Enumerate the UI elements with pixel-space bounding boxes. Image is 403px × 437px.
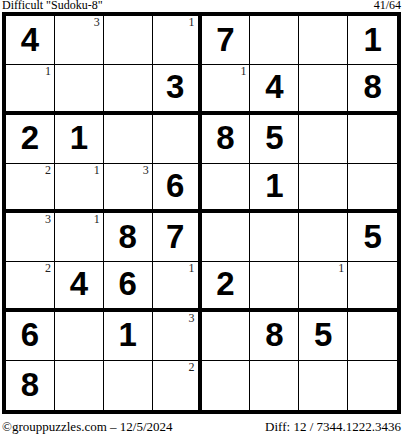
cell-value: 8 <box>216 121 234 156</box>
sudoku-cell[interactable]: 2 <box>6 262 55 311</box>
sudoku-cell[interactable]: 8 <box>348 65 397 114</box>
sudoku-cell[interactable]: 6 <box>104 262 153 311</box>
cell-value: 7 <box>166 220 184 255</box>
sudoku-cell[interactable] <box>348 361 397 410</box>
sudoku-cell[interactable]: 2 <box>202 262 251 311</box>
cell-value: 4 <box>21 23 39 58</box>
cell-value: 5 <box>314 318 332 353</box>
cell-value: 7 <box>216 23 234 58</box>
cell-value: 1 <box>363 23 381 58</box>
sudoku-cell[interactable] <box>250 213 299 262</box>
pencil-mark: 1 <box>45 65 51 78</box>
puzzle-page: Difficult "Sudoku-8" 41/64 4317113148218… <box>0 0 403 437</box>
cell-value: 8 <box>363 70 381 105</box>
sudoku-cell[interactable]: 4 <box>55 262 104 311</box>
page-title: Difficult "Sudoku-8" <box>2 0 103 11</box>
pencil-mark: 3 <box>189 312 195 325</box>
sudoku-cell[interactable]: 1 <box>104 312 153 361</box>
cell-value: 1 <box>119 318 137 353</box>
sudoku-cell[interactable] <box>55 361 104 410</box>
cell-value: 4 <box>265 70 283 105</box>
pencil-mark: 3 <box>143 164 149 177</box>
sudoku-cell[interactable]: 6 <box>153 164 202 213</box>
sudoku-cell[interactable] <box>299 16 348 65</box>
sudoku-cell[interactable] <box>299 361 348 410</box>
pencil-mark: 3 <box>45 213 51 226</box>
sudoku-cell[interactable] <box>250 361 299 410</box>
footer-difficulty: Diff: 12 / 7344.1222.3436 <box>265 420 401 434</box>
sudoku-cell[interactable]: 1 <box>55 213 104 262</box>
sudoku-cell[interactable] <box>104 65 153 114</box>
sudoku-cell[interactable]: 2 <box>6 164 55 213</box>
sudoku-cell[interactable] <box>202 213 251 262</box>
pencil-mark: 2 <box>45 262 51 275</box>
footer: ©grouppuzzles.com – 12/5/2024 Diff: 12 /… <box>2 420 401 434</box>
sudoku-cell[interactable]: 3 <box>153 65 202 114</box>
sudoku-cell[interactable] <box>299 213 348 262</box>
sudoku-cell[interactable] <box>55 65 104 114</box>
pencil-mark: 1 <box>338 262 344 275</box>
pencil-mark: 1 <box>240 65 246 78</box>
sudoku-cell[interactable]: 1 <box>299 262 348 311</box>
sudoku-cell[interactable] <box>250 16 299 65</box>
sudoku-cell[interactable]: 1 <box>202 65 251 114</box>
pencil-mark: 2 <box>189 361 195 374</box>
pencil-mark: 3 <box>94 16 100 29</box>
cell-value: 8 <box>265 318 283 353</box>
cell-value: 8 <box>21 368 39 403</box>
sudoku-cell[interactable]: 1 <box>153 262 202 311</box>
sudoku-cell[interactable] <box>299 115 348 164</box>
cell-value: 5 <box>363 220 381 255</box>
sudoku-cell[interactable] <box>104 16 153 65</box>
sudoku-cell[interactable] <box>348 115 397 164</box>
sudoku-cell[interactable]: 8 <box>6 361 55 410</box>
pencil-mark: 1 <box>94 213 100 226</box>
sudoku-cell[interactable] <box>153 115 202 164</box>
sudoku-cell[interactable]: 8 <box>202 115 251 164</box>
cell-value: 2 <box>216 267 234 302</box>
cell-value: 5 <box>265 121 283 156</box>
sudoku-cell[interactable] <box>250 262 299 311</box>
sudoku-cell[interactable]: 7 <box>153 213 202 262</box>
sudoku-cell[interactable]: 8 <box>250 312 299 361</box>
footer-copyright: ©grouppuzzles.com – 12/5/2024 <box>2 420 173 434</box>
sudoku-cell[interactable] <box>202 164 251 213</box>
sudoku-cell[interactable]: 1 <box>153 16 202 65</box>
sudoku-cell[interactable] <box>348 262 397 311</box>
cell-value: 8 <box>119 220 137 255</box>
cell-value: 6 <box>21 318 39 353</box>
sudoku-cell[interactable]: 2 <box>6 115 55 164</box>
sudoku-cell[interactable] <box>202 361 251 410</box>
sudoku-grid: 4317113148218521361318752461216138582 <box>2 12 401 414</box>
cell-value: 4 <box>70 267 88 302</box>
sudoku-cell[interactable]: 1 <box>348 16 397 65</box>
cell-value: 6 <box>166 169 184 204</box>
sudoku-cell[interactable] <box>348 312 397 361</box>
pencil-mark: 1 <box>94 164 100 177</box>
sudoku-cell[interactable] <box>348 164 397 213</box>
sudoku-cell[interactable]: 5 <box>348 213 397 262</box>
sudoku-cell[interactable]: 1 <box>6 65 55 114</box>
sudoku-cell[interactable] <box>299 164 348 213</box>
sudoku-cell[interactable]: 1 <box>55 115 104 164</box>
sudoku-cell[interactable]: 4 <box>6 16 55 65</box>
sudoku-cell[interactable]: 3 <box>153 312 202 361</box>
sudoku-cell[interactable]: 5 <box>299 312 348 361</box>
pencil-mark: 2 <box>45 164 51 177</box>
sudoku-cell[interactable]: 5 <box>250 115 299 164</box>
sudoku-cell[interactable]: 8 <box>104 213 153 262</box>
puzzle-counter: 41/64 <box>374 0 401 11</box>
sudoku-cell[interactable]: 7 <box>202 16 251 65</box>
sudoku-cell[interactable]: 3 <box>6 213 55 262</box>
header: Difficult "Sudoku-8" 41/64 <box>2 0 401 12</box>
cell-value: 2 <box>21 121 39 156</box>
cell-value: 1 <box>70 121 88 156</box>
sudoku-cell[interactable]: 1 <box>55 164 104 213</box>
sudoku-cell[interactable]: 3 <box>55 16 104 65</box>
sudoku-cell[interactable] <box>202 312 251 361</box>
sudoku-cell[interactable]: 1 <box>250 164 299 213</box>
sudoku-cell[interactable]: 4 <box>250 65 299 114</box>
sudoku-cell[interactable] <box>55 312 104 361</box>
cell-value: 1 <box>265 169 283 204</box>
pencil-mark: 1 <box>189 16 195 29</box>
sudoku-cell[interactable] <box>299 65 348 114</box>
sudoku-cell[interactable]: 2 <box>153 361 202 410</box>
pencil-mark: 1 <box>189 262 195 275</box>
sudoku-cell[interactable] <box>104 115 153 164</box>
cell-value: 3 <box>166 70 184 105</box>
sudoku-cell[interactable] <box>104 361 153 410</box>
cell-value: 6 <box>119 267 137 302</box>
sudoku-cell[interactable]: 3 <box>104 164 153 213</box>
sudoku-cell[interactable]: 6 <box>6 312 55 361</box>
